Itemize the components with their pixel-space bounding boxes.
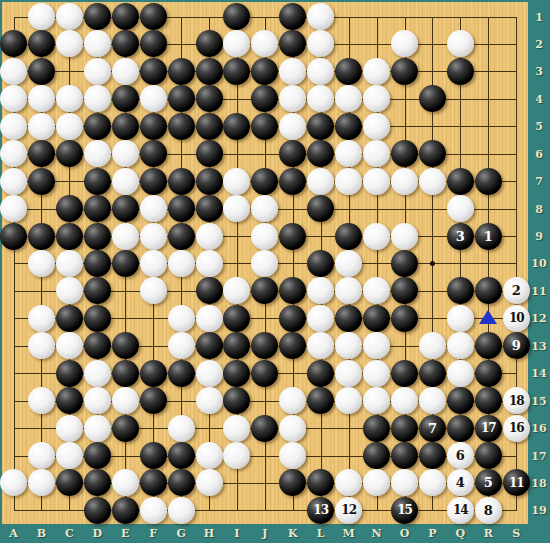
white-stone-O18 bbox=[391, 469, 418, 496]
white-stone-M19: 12 bbox=[335, 497, 362, 524]
white-stone-O2 bbox=[391, 30, 418, 57]
black-stone-C18 bbox=[56, 469, 83, 496]
white-stone-G13 bbox=[168, 332, 195, 359]
white-stone-D14 bbox=[84, 360, 111, 387]
black-stone-I14 bbox=[223, 360, 250, 387]
black-stone-N16 bbox=[363, 415, 390, 442]
black-stone-Q15 bbox=[447, 387, 474, 414]
white-stone-A5 bbox=[0, 113, 27, 140]
black-stone-E5 bbox=[112, 113, 139, 140]
black-stone-H13 bbox=[196, 332, 223, 359]
white-stone-D3 bbox=[84, 58, 111, 85]
white-stone-H9 bbox=[196, 223, 223, 250]
black-stone-Q11 bbox=[447, 277, 474, 304]
white-stone-J9 bbox=[251, 223, 278, 250]
black-stone-E10 bbox=[112, 250, 139, 277]
white-stone-S12: 10 bbox=[503, 305, 530, 332]
black-stone-H2 bbox=[196, 30, 223, 57]
white-stone-P13 bbox=[419, 332, 446, 359]
black-stone-N17 bbox=[363, 442, 390, 469]
white-stone-P7 bbox=[419, 168, 446, 195]
white-stone-Q8 bbox=[447, 195, 474, 222]
black-stone-D10 bbox=[84, 250, 111, 277]
white-stone-R19: 8 bbox=[475, 497, 502, 524]
white-stone-A8 bbox=[0, 195, 27, 222]
row-label-18: 18 bbox=[531, 476, 546, 489]
black-stone-E1 bbox=[112, 3, 139, 30]
column-label-A: A bbox=[9, 527, 18, 540]
black-stone-L19: 13 bbox=[307, 497, 334, 524]
white-stone-M6 bbox=[335, 140, 362, 167]
column-label-K: K bbox=[288, 527, 298, 540]
white-stone-M10 bbox=[335, 250, 362, 277]
white-stone-Q19: 14 bbox=[447, 497, 474, 524]
move-number: 17 bbox=[481, 422, 496, 434]
row-label-17: 17 bbox=[531, 449, 546, 462]
move-number: 3 bbox=[456, 230, 465, 243]
column-label-I: I bbox=[234, 527, 239, 540]
black-stone-G5 bbox=[168, 113, 195, 140]
white-stone-Q17: 6 bbox=[447, 442, 474, 469]
black-stone-K6 bbox=[279, 140, 306, 167]
black-stone-J11 bbox=[251, 277, 278, 304]
black-stone-D13 bbox=[84, 332, 111, 359]
black-stone-O19: 15 bbox=[391, 497, 418, 524]
black-stone-D7 bbox=[84, 168, 111, 195]
white-stone-E15 bbox=[112, 387, 139, 414]
black-stone-I3 bbox=[223, 58, 250, 85]
black-stone-B7 bbox=[28, 168, 55, 195]
row-label-9: 9 bbox=[535, 230, 543, 243]
black-stone-O6 bbox=[391, 140, 418, 167]
white-stone-M14 bbox=[335, 360, 362, 387]
white-stone-J10 bbox=[251, 250, 278, 277]
white-stone-L2 bbox=[307, 30, 334, 57]
black-stone-O10 bbox=[391, 250, 418, 277]
white-stone-O15 bbox=[391, 387, 418, 414]
white-stone-C1 bbox=[56, 3, 83, 30]
black-stone-M3 bbox=[335, 58, 362, 85]
black-stone-L10 bbox=[307, 250, 334, 277]
white-stone-C5 bbox=[56, 113, 83, 140]
column-label-L: L bbox=[317, 527, 325, 540]
black-stone-G9 bbox=[168, 223, 195, 250]
black-stone-Q16 bbox=[447, 415, 474, 442]
black-stone-M5 bbox=[335, 113, 362, 140]
black-stone-B9 bbox=[28, 223, 55, 250]
move-number: 11 bbox=[509, 477, 524, 489]
black-stone-K12 bbox=[279, 305, 306, 332]
black-stone-H11 bbox=[196, 277, 223, 304]
white-stone-C11 bbox=[56, 277, 83, 304]
black-stone-I12 bbox=[223, 305, 250, 332]
black-stone-C9 bbox=[56, 223, 83, 250]
black-stone-E13 bbox=[112, 332, 139, 359]
white-stone-G10 bbox=[168, 250, 195, 277]
black-stone-C6 bbox=[56, 140, 83, 167]
white-stone-A3 bbox=[0, 58, 27, 85]
black-stone-P17 bbox=[419, 442, 446, 469]
black-stone-J5 bbox=[251, 113, 278, 140]
black-stone-S18: 11 bbox=[503, 469, 530, 496]
white-stone-A4 bbox=[0, 85, 27, 112]
black-stone-K13 bbox=[279, 332, 306, 359]
white-stone-N3 bbox=[363, 58, 390, 85]
row-label-19: 19 bbox=[531, 504, 546, 517]
white-stone-I17 bbox=[223, 442, 250, 469]
black-stone-D19 bbox=[84, 497, 111, 524]
black-stone-D18 bbox=[84, 469, 111, 496]
black-stone-R18: 5 bbox=[475, 469, 502, 496]
white-stone-I8 bbox=[223, 195, 250, 222]
white-stone-P18 bbox=[419, 469, 446, 496]
white-stone-L13 bbox=[307, 332, 334, 359]
row-label-4: 4 bbox=[535, 92, 543, 105]
black-stone-D17 bbox=[84, 442, 111, 469]
white-stone-N5 bbox=[363, 113, 390, 140]
black-stone-F5 bbox=[140, 113, 167, 140]
white-stone-D4 bbox=[84, 85, 111, 112]
white-stone-C10 bbox=[56, 250, 83, 277]
column-label-Q: Q bbox=[456, 527, 466, 540]
black-stone-R13 bbox=[475, 332, 502, 359]
white-stone-D16 bbox=[84, 415, 111, 442]
black-stone-G3 bbox=[168, 58, 195, 85]
black-stone-J3 bbox=[251, 58, 278, 85]
black-stone-R17 bbox=[475, 442, 502, 469]
black-stone-G4 bbox=[168, 85, 195, 112]
move-number: 15 bbox=[397, 504, 412, 516]
black-stone-P16: 7 bbox=[419, 415, 446, 442]
white-stone-E18 bbox=[112, 469, 139, 496]
column-label-R: R bbox=[484, 527, 493, 540]
move-number: 16 bbox=[509, 422, 524, 434]
black-stone-H4 bbox=[196, 85, 223, 112]
column-label-P: P bbox=[428, 527, 436, 540]
black-stone-L8 bbox=[307, 195, 334, 222]
white-stone-N15 bbox=[363, 387, 390, 414]
move-number: 10 bbox=[509, 312, 524, 324]
black-stone-Q3 bbox=[447, 58, 474, 85]
black-stone-C14 bbox=[56, 360, 83, 387]
white-stone-F11 bbox=[140, 277, 167, 304]
row-label-8: 8 bbox=[535, 202, 543, 215]
black-stone-D8 bbox=[84, 195, 111, 222]
white-stone-L12 bbox=[307, 305, 334, 332]
white-stone-C16 bbox=[56, 415, 83, 442]
black-stone-H8 bbox=[196, 195, 223, 222]
black-stone-R14 bbox=[475, 360, 502, 387]
black-stone-K11 bbox=[279, 277, 306, 304]
black-stone-O14 bbox=[391, 360, 418, 387]
black-stone-M9 bbox=[335, 223, 362, 250]
move-number: 5 bbox=[484, 476, 493, 489]
black-stone-E2 bbox=[112, 30, 139, 57]
row-label-15: 15 bbox=[531, 394, 546, 407]
white-stone-B4 bbox=[28, 85, 55, 112]
white-stone-S15: 18 bbox=[503, 387, 530, 414]
white-stone-I7 bbox=[223, 168, 250, 195]
row-label-11: 11 bbox=[531, 284, 546, 297]
white-stone-E9 bbox=[112, 223, 139, 250]
move-number: 14 bbox=[453, 504, 468, 516]
black-stone-O17 bbox=[391, 442, 418, 469]
column-label-H: H bbox=[204, 527, 214, 540]
white-stone-B12 bbox=[28, 305, 55, 332]
white-stone-K17 bbox=[279, 442, 306, 469]
white-stone-E6 bbox=[112, 140, 139, 167]
white-stone-M18 bbox=[335, 469, 362, 496]
column-label-J: J bbox=[262, 527, 267, 540]
black-stone-R7 bbox=[475, 168, 502, 195]
white-stone-N6 bbox=[363, 140, 390, 167]
black-stone-R11 bbox=[475, 277, 502, 304]
row-label-2: 2 bbox=[535, 37, 543, 50]
white-stone-L1 bbox=[307, 3, 334, 30]
black-stone-P4 bbox=[419, 85, 446, 112]
black-stone-G17 bbox=[168, 442, 195, 469]
black-stone-J7 bbox=[251, 168, 278, 195]
white-stone-C4 bbox=[56, 85, 83, 112]
black-stone-O16 bbox=[391, 415, 418, 442]
black-stone-E16 bbox=[112, 415, 139, 442]
black-stone-O3 bbox=[391, 58, 418, 85]
white-stone-B18 bbox=[28, 469, 55, 496]
black-stone-G14 bbox=[168, 360, 195, 387]
move-number: 8 bbox=[484, 504, 493, 517]
black-stone-L5 bbox=[307, 113, 334, 140]
white-stone-N9 bbox=[363, 223, 390, 250]
black-stone-J13 bbox=[251, 332, 278, 359]
white-stone-I11 bbox=[223, 277, 250, 304]
black-stone-J14 bbox=[251, 360, 278, 387]
white-stone-O7 bbox=[391, 168, 418, 195]
black-stone-I1 bbox=[223, 3, 250, 30]
white-stone-E7 bbox=[112, 168, 139, 195]
black-stone-K9 bbox=[279, 223, 306, 250]
white-stone-I16 bbox=[223, 415, 250, 442]
white-stone-L7 bbox=[307, 168, 334, 195]
white-stone-H15 bbox=[196, 387, 223, 414]
white-stone-H12 bbox=[196, 305, 223, 332]
black-stone-M12 bbox=[335, 305, 362, 332]
black-stone-F18 bbox=[140, 469, 167, 496]
black-stone-S13: 9 bbox=[503, 332, 530, 359]
column-label-O: O bbox=[400, 527, 410, 540]
black-stone-K18 bbox=[279, 469, 306, 496]
white-stone-N13 bbox=[363, 332, 390, 359]
board-surface[interactable]: 312109187171664511131215148 bbox=[2, 2, 528, 524]
black-stone-G7 bbox=[168, 168, 195, 195]
white-stone-E3 bbox=[112, 58, 139, 85]
white-stone-S16: 16 bbox=[503, 415, 530, 442]
white-stone-G12 bbox=[168, 305, 195, 332]
black-stone-P14 bbox=[419, 360, 446, 387]
white-stone-N7 bbox=[363, 168, 390, 195]
black-stone-J16 bbox=[251, 415, 278, 442]
black-stone-O12 bbox=[391, 305, 418, 332]
white-stone-H14 bbox=[196, 360, 223, 387]
black-stone-C15 bbox=[56, 387, 83, 414]
black-stone-L14 bbox=[307, 360, 334, 387]
row-label-12: 12 bbox=[531, 312, 546, 325]
row-label-13: 13 bbox=[531, 339, 546, 352]
black-stone-R16: 17 bbox=[475, 415, 502, 442]
white-stone-F19 bbox=[140, 497, 167, 524]
black-stone-C12 bbox=[56, 305, 83, 332]
black-stone-E14 bbox=[112, 360, 139, 387]
move-number: 13 bbox=[313, 504, 328, 516]
black-stone-D5 bbox=[84, 113, 111, 140]
column-label-C: C bbox=[65, 527, 74, 540]
white-stone-B13 bbox=[28, 332, 55, 359]
row-label-10: 10 bbox=[531, 257, 546, 270]
white-stone-S11: 2 bbox=[503, 277, 530, 304]
move-number: 2 bbox=[512, 284, 521, 297]
triangle-marker bbox=[479, 310, 497, 324]
black-stone-A9 bbox=[0, 223, 27, 250]
white-stone-G19 bbox=[168, 497, 195, 524]
row-label-16: 16 bbox=[531, 422, 546, 435]
move-number: 1 bbox=[484, 230, 493, 243]
black-stone-I15 bbox=[223, 387, 250, 414]
white-stone-C17 bbox=[56, 442, 83, 469]
white-stone-Q12 bbox=[447, 305, 474, 332]
black-stone-R15 bbox=[475, 387, 502, 414]
black-stone-F3 bbox=[140, 58, 167, 85]
black-stone-H3 bbox=[196, 58, 223, 85]
white-stone-B17 bbox=[28, 442, 55, 469]
white-stone-M7 bbox=[335, 168, 362, 195]
black-stone-D11 bbox=[84, 277, 111, 304]
move-number: 12 bbox=[341, 504, 356, 516]
white-stone-Q2 bbox=[447, 30, 474, 57]
black-stone-E4 bbox=[112, 85, 139, 112]
white-stone-K4 bbox=[279, 85, 306, 112]
white-stone-L3 bbox=[307, 58, 334, 85]
white-stone-Q14 bbox=[447, 360, 474, 387]
black-stone-C8 bbox=[56, 195, 83, 222]
white-stone-M13 bbox=[335, 332, 362, 359]
white-stone-D2 bbox=[84, 30, 111, 57]
black-stone-L18 bbox=[307, 469, 334, 496]
black-stone-H6 bbox=[196, 140, 223, 167]
star-point bbox=[430, 261, 435, 266]
white-stone-B15 bbox=[28, 387, 55, 414]
column-label-E: E bbox=[121, 527, 129, 540]
black-stone-E8 bbox=[112, 195, 139, 222]
black-stone-Q9: 3 bbox=[447, 223, 474, 250]
black-stone-R9: 1 bbox=[475, 223, 502, 250]
black-stone-I5 bbox=[223, 113, 250, 140]
white-stone-M15 bbox=[335, 387, 362, 414]
white-stone-N14 bbox=[363, 360, 390, 387]
column-label-B: B bbox=[37, 527, 46, 540]
black-stone-F2 bbox=[140, 30, 167, 57]
white-stone-A7 bbox=[0, 168, 27, 195]
white-stone-B5 bbox=[28, 113, 55, 140]
white-stone-F9 bbox=[140, 223, 167, 250]
black-stone-D1 bbox=[84, 3, 111, 30]
move-number: 18 bbox=[509, 395, 524, 407]
black-stone-E19 bbox=[112, 497, 139, 524]
white-stone-B1 bbox=[28, 3, 55, 30]
white-stone-P15 bbox=[419, 387, 446, 414]
black-stone-F17 bbox=[140, 442, 167, 469]
row-label-14: 14 bbox=[531, 367, 546, 380]
white-stone-O9 bbox=[391, 223, 418, 250]
black-stone-B2 bbox=[28, 30, 55, 57]
white-stone-K16 bbox=[279, 415, 306, 442]
white-stone-K3 bbox=[279, 58, 306, 85]
black-stone-K1 bbox=[279, 3, 306, 30]
column-label-M: M bbox=[343, 527, 355, 540]
white-stone-B10 bbox=[28, 250, 55, 277]
white-stone-J8 bbox=[251, 195, 278, 222]
black-stone-Q7 bbox=[447, 168, 474, 195]
white-stone-D6 bbox=[84, 140, 111, 167]
black-stone-G18 bbox=[168, 469, 195, 496]
white-stone-F8 bbox=[140, 195, 167, 222]
row-label-7: 7 bbox=[535, 175, 543, 188]
white-stone-H10 bbox=[196, 250, 223, 277]
black-stone-F1 bbox=[140, 3, 167, 30]
white-stone-F10 bbox=[140, 250, 167, 277]
column-label-F: F bbox=[149, 527, 157, 540]
black-stone-O11 bbox=[391, 277, 418, 304]
white-stone-Q18: 4 bbox=[447, 469, 474, 496]
black-stone-N12 bbox=[363, 305, 390, 332]
row-label-3: 3 bbox=[535, 65, 543, 78]
black-stone-F14 bbox=[140, 360, 167, 387]
goban-frame: 312109187171664511131215148 ABCDEFGHIJKL… bbox=[0, 0, 550, 543]
white-stone-Q13 bbox=[447, 332, 474, 359]
move-number: 4 bbox=[456, 476, 465, 489]
black-stone-H5 bbox=[196, 113, 223, 140]
column-label-D: D bbox=[93, 527, 103, 540]
black-stone-F15 bbox=[140, 387, 167, 414]
black-stone-G8 bbox=[168, 195, 195, 222]
black-stone-A2 bbox=[0, 30, 27, 57]
white-stone-I2 bbox=[223, 30, 250, 57]
white-stone-C2 bbox=[56, 30, 83, 57]
white-stone-A18 bbox=[0, 469, 27, 496]
white-stone-L4 bbox=[307, 85, 334, 112]
black-stone-L6 bbox=[307, 140, 334, 167]
black-stone-F7 bbox=[140, 168, 167, 195]
white-stone-L11 bbox=[307, 277, 334, 304]
black-stone-J4 bbox=[251, 85, 278, 112]
move-number: 9 bbox=[512, 339, 521, 352]
white-stone-A6 bbox=[0, 140, 27, 167]
column-label-G: G bbox=[176, 527, 185, 540]
black-stone-H7 bbox=[196, 168, 223, 195]
row-label-1: 1 bbox=[535, 10, 543, 23]
column-label-N: N bbox=[372, 527, 382, 540]
white-stone-F4 bbox=[140, 85, 167, 112]
white-stone-N4 bbox=[363, 85, 390, 112]
row-label-5: 5 bbox=[535, 120, 543, 133]
white-stone-H17 bbox=[196, 442, 223, 469]
black-stone-I13 bbox=[223, 332, 250, 359]
white-stone-C13 bbox=[56, 332, 83, 359]
white-stone-J2 bbox=[251, 30, 278, 57]
black-stone-B3 bbox=[28, 58, 55, 85]
black-stone-K7 bbox=[279, 168, 306, 195]
row-label-6: 6 bbox=[535, 147, 543, 160]
white-stone-M4 bbox=[335, 85, 362, 112]
black-stone-P6 bbox=[419, 140, 446, 167]
